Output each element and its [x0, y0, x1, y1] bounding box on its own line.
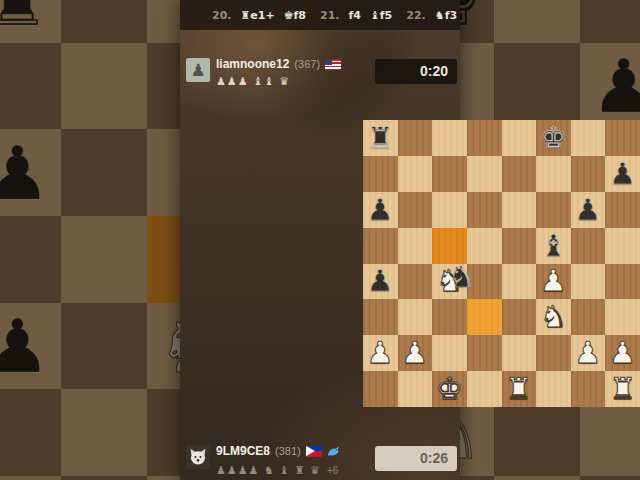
philippines-flag-icon — [306, 446, 322, 457]
square-f7[interactable] — [536, 156, 571, 192]
square-e3[interactable] — [502, 299, 537, 335]
piece-black-rook-a8[interactable]: ♜ — [367, 123, 394, 153]
square-g1[interactable] — [571, 371, 606, 407]
square-b8[interactable] — [398, 120, 433, 156]
square-c3[interactable] — [432, 299, 467, 335]
square-f6[interactable] — [536, 192, 571, 228]
square-c8[interactable] — [432, 120, 467, 156]
square-h6[interactable] — [605, 192, 640, 228]
square-b6[interactable] — [398, 192, 433, 228]
square-g5[interactable] — [571, 228, 606, 264]
piece-black-pawn-h7[interactable]: ♟ — [609, 159, 636, 189]
material-advantage: +6 — [327, 465, 338, 476]
app-screen: ♜♚♟♟♟♝♟♞♟♞♟♟♟♟♚♜♜ 20.♜e1+♚f821.f4♝f522.♞… — [0, 0, 640, 480]
opponent-name-row: liamnoone12 (367) — [216, 57, 341, 71]
square-a3 — [0, 389, 61, 476]
square-g4[interactable] — [571, 264, 606, 300]
square-a5 — [0, 216, 61, 303]
square-e2[interactable] — [502, 335, 537, 371]
square-f8[interactable]: ♚ — [536, 120, 571, 156]
square-h1[interactable]: ♜ — [605, 371, 640, 407]
player-avatar[interactable] — [186, 445, 210, 469]
square-c2[interactable] — [432, 335, 467, 371]
square-e4[interactable] — [502, 264, 537, 300]
dog-avatar-icon — [188, 447, 208, 467]
square-g3[interactable] — [571, 299, 606, 335]
square-g7[interactable] — [571, 156, 606, 192]
square-a4: ♟ — [0, 303, 61, 390]
square-f5[interactable]: ♝ — [536, 228, 571, 264]
piece-white-pawn-b2[interactable]: ♟ — [401, 338, 428, 368]
square-b4[interactable] — [398, 264, 433, 300]
player-captured-glyphs: ♟♟♟♟ ♞ ♝ ♜ ♛ — [216, 464, 321, 477]
square-g7 — [494, 43, 581, 130]
square-b6 — [61, 129, 148, 216]
piece-white-king-c1[interactable]: ♚ — [436, 374, 463, 404]
move-text: f4 — [349, 9, 361, 22]
piece-black-pawn-a4[interactable]: ♟ — [367, 266, 394, 296]
opponent-username: liamnoone12 — [216, 57, 289, 71]
piece-black-bishop-f5[interactable]: ♝ — [540, 231, 567, 261]
square-e7[interactable] — [502, 156, 537, 192]
square-f4[interactable]: ♟ — [536, 264, 571, 300]
opponent-captured-pieces: ♟♟♟ ♝♝ ♛ — [216, 75, 290, 88]
us-flag-icon — [325, 59, 341, 70]
piece-black-rook-a8: ♜ — [0, 0, 50, 36]
square-b7[interactable] — [398, 156, 433, 192]
piece-black-pawn-h7: ♟ — [591, 49, 640, 123]
move-number: 22. — [406, 9, 426, 22]
piece-black-king-f8[interactable]: ♚ — [540, 123, 567, 153]
square-h8[interactable] — [605, 120, 640, 156]
square-b5 — [61, 216, 148, 303]
square-f3[interactable]: ♞ — [536, 299, 571, 335]
square-c7[interactable] — [432, 156, 467, 192]
player-username: 9LM9CE8 — [216, 444, 270, 458]
square-e5[interactable] — [502, 228, 537, 264]
square-c6[interactable] — [432, 192, 467, 228]
square-a2: ♟ — [0, 476, 61, 480]
square-g2[interactable]: ♟ — [571, 335, 606, 371]
opponent-rating: (367) — [294, 58, 320, 70]
piece-white-pawn-f4[interactable]: ♟ — [540, 266, 567, 296]
square-h3[interactable] — [605, 299, 640, 335]
square-a8[interactable]: ♜ — [363, 120, 398, 156]
square-g2: ♟ — [494, 476, 581, 480]
blue-bird-icon — [327, 445, 341, 457]
square-a5[interactable] — [363, 228, 398, 264]
move-text: ♞f3 — [435, 9, 457, 22]
piece-white-pawn-g2[interactable]: ♟ — [575, 338, 602, 368]
square-b3 — [61, 389, 148, 476]
player-rating: (381) — [275, 445, 301, 457]
piece-white-knight-f3[interactable]: ♞ — [540, 302, 567, 332]
square-a8: ♜ — [0, 0, 61, 43]
move-text: ♚f8 — [284, 9, 306, 22]
opponent-clock: 0:20 — [375, 59, 457, 84]
move-text: ♜e1+ — [241, 9, 275, 22]
square-h7[interactable]: ♟ — [605, 156, 640, 192]
square-d3[interactable] — [467, 299, 502, 335]
square-a6: ♟ — [0, 129, 61, 216]
piece-black-pawn-g6[interactable]: ♟ — [575, 195, 602, 225]
piece-black-pawn-a6: ♟ — [0, 136, 50, 210]
piece-black-pawn-a4: ♟ — [0, 309, 50, 383]
move-number: 21. — [320, 9, 340, 22]
square-a7[interactable] — [363, 156, 398, 192]
square-a1[interactable] — [363, 371, 398, 407]
square-b4 — [61, 303, 148, 390]
square-d7[interactable] — [467, 156, 502, 192]
square-b3[interactable] — [398, 299, 433, 335]
square-b7 — [61, 43, 148, 130]
square-h2[interactable]: ♟ — [605, 335, 640, 371]
square-b2[interactable]: ♟ — [398, 335, 433, 371]
square-a3[interactable] — [363, 299, 398, 335]
player-clock: 0:26 — [375, 446, 457, 471]
piece-white-rook-h1[interactable]: ♜ — [609, 374, 636, 404]
phone-screen: 20.♜e1+♚f821.f4♝f522.♞f3 ♟ liamnoone12 (… — [180, 0, 460, 480]
square-f2[interactable] — [536, 335, 571, 371]
square-h7: ♟ — [580, 43, 640, 130]
square-a6[interactable]: ♟ — [363, 192, 398, 228]
piece-white-pawn-h2[interactable]: ♟ — [609, 338, 636, 368]
square-c1[interactable]: ♚ — [432, 371, 467, 407]
square-e1[interactable]: ♜ — [502, 371, 537, 407]
square-a7 — [0, 43, 61, 130]
square-e8[interactable] — [502, 120, 537, 156]
square-d2[interactable] — [467, 335, 502, 371]
player-captured-pieces: ♟♟♟♟ ♞ ♝ ♜ ♛+6 — [216, 464, 338, 477]
square-d1[interactable] — [467, 371, 502, 407]
player-info-row: 9LM9CE8 (381) ♟♟♟♟ ♞ ♝ ♜ ♛+6 0:26 — [180, 443, 460, 480]
opponent-info-row: ♟ liamnoone12 (367) ♟♟♟ ♝♝ ♛ 0:20 — [180, 56, 460, 98]
square-h4[interactable] — [605, 264, 640, 300]
square-h8 — [580, 0, 640, 43]
square-b2: ♟ — [61, 476, 148, 480]
chess-board[interactable]: ♜♚♟♟♟♝♟♞♟♞♟♟♟♟♚♜♜♞ — [363, 120, 640, 407]
square-g6[interactable]: ♟ — [571, 192, 606, 228]
square-a4[interactable]: ♟ — [363, 264, 398, 300]
square-b8 — [61, 0, 148, 43]
square-g8[interactable] — [571, 120, 606, 156]
square-h5[interactable] — [605, 228, 640, 264]
piece-white-pawn-a2[interactable]: ♟ — [367, 338, 394, 368]
square-d6[interactable] — [467, 192, 502, 228]
square-h2: ♟ — [580, 476, 640, 480]
player-name-row: 9LM9CE8 (381) — [216, 444, 341, 458]
opponent-avatar[interactable]: ♟ — [186, 58, 210, 82]
piece-black-pawn-a6[interactable]: ♟ — [367, 195, 394, 225]
pawn-avatar-icon: ♟ — [190, 62, 205, 79]
move-list[interactable]: 20.♜e1+♚f821.f4♝f522.♞f3 — [180, 0, 460, 30]
piece-white-rook-e1[interactable]: ♜ — [505, 374, 532, 404]
move-text: ♝f5 — [370, 9, 392, 22]
square-g8 — [494, 0, 581, 43]
square-d8[interactable] — [467, 120, 502, 156]
piece-black-knight-animating[interactable]: ♞ — [444, 259, 479, 295]
square-e6[interactable] — [502, 192, 537, 228]
square-b5[interactable] — [398, 228, 433, 264]
move-number: 20. — [212, 9, 232, 22]
square-f1[interactable] — [536, 371, 571, 407]
square-a2[interactable]: ♟ — [363, 335, 398, 371]
square-b1[interactable] — [398, 371, 433, 407]
